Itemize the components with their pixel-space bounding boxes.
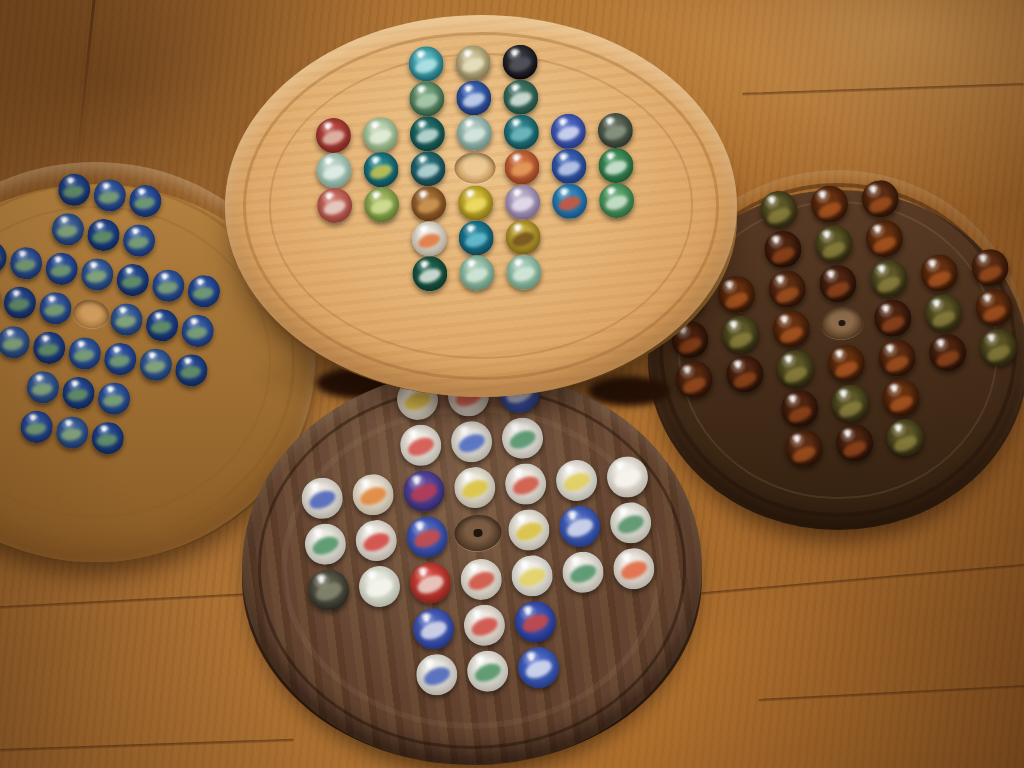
marble-swirl	[421, 664, 452, 689]
board-cell	[562, 639, 616, 688]
board-cell	[135, 342, 177, 387]
marble[interactable]	[415, 652, 459, 696]
marble-swirl	[357, 484, 388, 509]
marble-swirl	[97, 189, 120, 204]
marble[interactable]	[463, 603, 507, 647]
marble[interactable]	[466, 649, 510, 693]
board-cell	[86, 416, 128, 461]
board-cell	[93, 376, 135, 421]
marble-swirl	[472, 661, 503, 686]
marble[interactable]	[552, 183, 588, 219]
marble-swirl	[520, 611, 551, 636]
marble[interactable]	[504, 149, 540, 185]
marble[interactable]	[456, 80, 492, 116]
marble-swirl	[127, 234, 150, 249]
marble[interactable]	[783, 427, 824, 468]
marble-swirl	[108, 353, 131, 368]
board-cell	[34, 286, 76, 331]
board-cell	[53, 167, 95, 212]
board-cell	[499, 459, 553, 508]
board-cell	[311, 222, 359, 258]
board-cell	[857, 216, 912, 261]
board-cell	[827, 420, 882, 465]
marble[interactable]	[408, 46, 444, 82]
marble-swirl	[416, 230, 442, 250]
marble-swirl	[72, 347, 95, 362]
board-cell	[546, 410, 600, 459]
board-cell	[356, 82, 404, 118]
marble[interactable]	[307, 568, 351, 612]
board-cell	[403, 558, 457, 607]
marble[interactable]	[303, 522, 347, 566]
marble-swirl	[930, 308, 957, 329]
marble[interactable]	[102, 341, 139, 378]
marble[interactable]	[502, 44, 538, 80]
marble-swirl	[43, 302, 66, 317]
marble-swirl	[306, 488, 337, 513]
marble[interactable]	[830, 382, 871, 423]
board-cell	[865, 295, 920, 340]
board-cell	[309, 82, 357, 118]
photo-scene: Four wooden marble solitaire boards on a…	[0, 0, 1024, 768]
marble-swirl	[461, 125, 487, 145]
marble[interactable]	[779, 388, 820, 429]
board-cell	[445, 417, 499, 466]
marble[interactable]	[399, 423, 443, 467]
board-cell	[312, 257, 360, 293]
board-cell	[406, 256, 454, 292]
board-cell	[405, 186, 453, 222]
marble[interactable]	[762, 228, 803, 269]
marble[interactable]	[923, 292, 964, 333]
solitaire-grid	[308, 42, 641, 293]
marble[interactable]	[402, 469, 446, 513]
marble-swirl	[62, 184, 85, 199]
board-cell	[873, 375, 928, 420]
marble[interactable]	[517, 645, 561, 689]
board-cell	[298, 519, 352, 568]
marble[interactable]	[506, 254, 542, 290]
marble-swirl	[66, 387, 89, 402]
marble-swirl	[555, 158, 581, 178]
marble[interactable]	[409, 116, 445, 152]
board-cell	[450, 80, 498, 116]
marble[interactable]	[7, 245, 44, 282]
marble[interactable]	[91, 177, 128, 214]
board-cell	[497, 79, 545, 115]
marble[interactable]	[598, 148, 634, 184]
board-cell	[497, 114, 545, 150]
marble[interactable]	[826, 342, 867, 383]
board-cell	[70, 291, 112, 336]
marble[interactable]	[450, 419, 494, 463]
board-cell	[547, 253, 595, 289]
board-cell	[11, 201, 53, 246]
marble-swirl	[360, 530, 391, 555]
marble[interactable]	[411, 221, 447, 257]
marble-swirl	[615, 512, 646, 537]
marble-swirl	[463, 229, 489, 249]
board-cell	[153, 224, 195, 269]
board-cell	[502, 505, 556, 554]
board-cell	[308, 657, 362, 706]
marble-swirl	[320, 127, 346, 147]
board-cell	[764, 306, 819, 351]
marble[interactable]	[316, 152, 352, 188]
board-cell	[495, 413, 549, 462]
marble[interactable]	[555, 458, 599, 502]
marble[interactable]	[173, 352, 210, 389]
marble[interactable]	[43, 251, 80, 288]
marble-swirl	[114, 313, 137, 328]
marble-swirl	[95, 432, 118, 447]
board-cell	[607, 544, 661, 593]
marble[interactable]	[54, 414, 91, 451]
marble[interactable]	[179, 313, 216, 350]
marble[interactable]	[185, 273, 222, 310]
board-cell	[971, 324, 1024, 369]
marble[interactable]	[127, 183, 164, 220]
marble-swirl	[567, 562, 598, 587]
marble[interactable]	[362, 117, 398, 153]
marble[interactable]	[860, 178, 901, 219]
marble-swirl	[875, 273, 902, 294]
marble[interactable]	[408, 561, 452, 605]
marble[interactable]	[412, 607, 456, 651]
board-cell	[593, 182, 641, 218]
marble[interactable]	[551, 148, 587, 184]
marble[interactable]	[817, 263, 858, 304]
marble[interactable]	[868, 258, 909, 299]
board-cell	[869, 335, 924, 380]
marble[interactable]	[503, 79, 539, 115]
board-cell	[358, 222, 406, 258]
marble[interactable]	[919, 252, 960, 293]
table-plank-seam	[700, 564, 1024, 596]
board-cell	[553, 501, 607, 550]
board-cell	[496, 44, 544, 80]
marble[interactable]	[60, 375, 97, 412]
empty-center-hole[interactable]	[453, 513, 503, 552]
marble[interactable]	[758, 189, 799, 230]
board-cell	[22, 365, 64, 410]
empty-center-hole[interactable]	[71, 297, 111, 330]
marble[interactable]	[927, 332, 968, 373]
marble-swirl	[31, 381, 54, 396]
marble[interactable]	[79, 256, 116, 293]
marble-swirl	[456, 431, 487, 456]
board-cell	[559, 593, 613, 642]
marble[interactable]	[405, 515, 449, 559]
marble[interactable]	[834, 422, 875, 463]
marble-swirl	[887, 393, 914, 414]
marble-swirl	[91, 229, 114, 244]
marble[interactable]	[599, 183, 635, 219]
board-cell	[449, 45, 497, 81]
marble[interactable]	[501, 416, 545, 460]
board-cell	[183, 269, 225, 314]
marble[interactable]	[453, 465, 497, 509]
marble-swirl	[0, 251, 1, 266]
board-cell	[170, 348, 212, 393]
board-cell	[962, 245, 1017, 290]
marble-swirl	[790, 443, 817, 464]
marble[interactable]	[410, 151, 446, 187]
board-cell	[928, 409, 983, 454]
marble[interactable]	[978, 326, 1019, 367]
marble[interactable]	[30, 330, 67, 367]
marble-swirl	[782, 364, 809, 385]
board-cell	[979, 404, 1024, 449]
board-cell	[544, 78, 592, 114]
marble[interactable]	[85, 217, 122, 254]
board-cell	[343, 424, 397, 473]
marble[interactable]	[809, 183, 850, 224]
board-cell	[544, 113, 592, 149]
marble[interactable]	[969, 247, 1010, 288]
marble-swirl	[415, 572, 446, 597]
marble-swirl	[462, 194, 488, 214]
marble-swirl	[414, 160, 440, 180]
marble[interactable]	[885, 417, 926, 458]
marble[interactable]	[351, 472, 395, 516]
marble-swirl	[60, 426, 83, 441]
marble[interactable]	[881, 377, 922, 418]
board-cell	[759, 266, 814, 311]
marble-swirl	[507, 89, 533, 109]
marble[interactable]	[876, 337, 917, 378]
marble[interactable]	[459, 255, 495, 291]
marble-swirl	[37, 342, 60, 357]
marble-swirl	[408, 481, 439, 506]
marble-swirl	[564, 516, 595, 541]
table-plank-seam	[742, 83, 1024, 96]
marble[interactable]	[89, 420, 126, 457]
marble-swirl	[507, 54, 533, 74]
board-cell	[546, 218, 594, 254]
board-cell	[500, 254, 548, 290]
marble[interactable]	[513, 599, 557, 643]
marble[interactable]	[455, 45, 491, 81]
marble-swirl	[561, 470, 592, 495]
marble-swirl	[85, 268, 108, 283]
marble[interactable]	[597, 113, 633, 149]
board-cell	[352, 561, 406, 610]
marble-swirl	[837, 398, 864, 419]
board-cell	[768, 346, 823, 391]
solitaire-board-top-maple	[225, 15, 737, 397]
marble[interactable]	[363, 152, 399, 188]
board-cell	[556, 547, 610, 596]
board-cell	[508, 597, 562, 646]
marble[interactable]	[561, 550, 605, 594]
marble[interactable]	[505, 184, 541, 220]
marble-swirl	[612, 466, 643, 491]
board-cell	[600, 452, 654, 501]
marble[interactable]	[412, 256, 448, 292]
marble-swirl	[364, 576, 395, 601]
marble[interactable]	[18, 409, 55, 446]
board-cell	[305, 611, 359, 660]
marble-swirl	[824, 279, 851, 300]
board-cell	[907, 210, 962, 255]
board-cell	[310, 152, 358, 188]
empty-center-hole[interactable]	[819, 305, 865, 342]
marble-swirl	[841, 438, 868, 459]
marble-swirl	[985, 342, 1012, 363]
board-cell	[878, 414, 933, 459]
marble[interactable]	[504, 462, 548, 506]
marble-swirl	[413, 55, 439, 75]
board-cell	[82, 212, 124, 257]
board-cell	[403, 116, 451, 152]
board-cell	[861, 255, 916, 300]
board-cell	[124, 179, 166, 224]
marble[interactable]	[143, 307, 180, 344]
board-cell	[613, 635, 667, 684]
marble-swirl	[313, 579, 344, 604]
marble[interactable]	[150, 267, 187, 304]
board-cell	[819, 340, 874, 385]
marble[interactable]	[775, 348, 816, 389]
board-cell	[292, 427, 346, 476]
board-cell	[448, 463, 502, 512]
marble-swirl	[102, 393, 125, 408]
marble-swirl	[556, 193, 582, 213]
marble[interactable]	[974, 287, 1015, 328]
marble[interactable]	[66, 335, 103, 372]
board-cell	[302, 565, 356, 614]
marble-swirl	[773, 284, 800, 305]
marble[interactable]	[137, 346, 174, 383]
board-cell	[916, 290, 971, 335]
board-cell	[810, 261, 865, 306]
board-cell	[453, 255, 501, 291]
board-cell	[358, 187, 406, 223]
marble-swirl	[411, 526, 442, 551]
marble-swirl	[156, 280, 179, 295]
marble-swirl	[460, 55, 486, 75]
marble[interactable]	[315, 117, 351, 153]
board-cell	[967, 284, 1022, 329]
board-cell	[128, 382, 170, 427]
marble[interactable]	[300, 476, 344, 520]
marble[interactable]	[458, 220, 494, 256]
board-cell	[309, 117, 357, 153]
table-plank-seam	[758, 685, 1024, 702]
marble[interactable]	[813, 223, 854, 264]
board-cell	[545, 148, 593, 184]
marble-swirl	[883, 353, 910, 374]
board-cell	[164, 387, 206, 432]
marble-swirl	[150, 319, 173, 334]
marble[interactable]	[95, 380, 132, 417]
marble-swirl	[143, 359, 166, 374]
marble[interactable]	[550, 113, 586, 149]
marble[interactable]	[606, 455, 650, 499]
board-cell	[88, 173, 130, 218]
board-cell	[593, 217, 641, 253]
marble[interactable]	[864, 218, 905, 259]
board-cell	[590, 42, 638, 78]
board-cell	[549, 455, 603, 504]
marble[interactable]	[108, 301, 145, 338]
marble-swirl	[14, 257, 37, 272]
board-cell	[141, 303, 183, 348]
marble[interactable]	[354, 518, 398, 562]
marble[interactable]	[411, 186, 447, 222]
marble-swirl	[523, 657, 554, 682]
marble[interactable]	[1, 284, 38, 321]
board-cell	[806, 221, 861, 266]
marble-swirl	[934, 348, 961, 369]
marble-swirl	[49, 263, 72, 278]
marble-swirl	[555, 123, 581, 143]
marble-swirl	[879, 313, 906, 334]
table-plank-seam	[75, 0, 96, 168]
marble[interactable]	[612, 546, 656, 590]
marble[interactable]	[507, 508, 551, 552]
marble[interactable]	[409, 81, 445, 117]
marble[interactable]	[505, 219, 541, 255]
board-cell	[158, 427, 200, 472]
marble[interactable]	[771, 308, 812, 349]
marble[interactable]	[114, 262, 151, 299]
marble-swirl	[179, 364, 202, 379]
marble-swirl	[310, 534, 341, 559]
empty-center-hole[interactable]	[454, 152, 495, 183]
marble[interactable]	[456, 115, 492, 151]
board-cell	[751, 186, 806, 231]
board-cell	[755, 226, 810, 271]
marble[interactable]	[558, 504, 602, 548]
board-cell	[814, 300, 869, 345]
marble[interactable]	[609, 501, 653, 545]
marble-swirl	[769, 244, 796, 265]
board-cell	[452, 185, 500, 221]
marble[interactable]	[364, 187, 400, 223]
marble[interactable]	[459, 557, 503, 601]
marble-swirl	[926, 268, 953, 289]
marble[interactable]	[24, 369, 61, 406]
marble[interactable]	[120, 222, 157, 259]
marble-swirl	[618, 558, 649, 583]
marble[interactable]	[37, 290, 74, 327]
board-cell	[51, 410, 93, 455]
marble[interactable]	[49, 211, 86, 248]
marble[interactable]	[0, 324, 32, 361]
marble[interactable]	[767, 268, 808, 309]
marble[interactable]	[458, 185, 494, 221]
marble[interactable]	[872, 297, 913, 338]
solitaire-board-bottom-walnut	[242, 370, 702, 765]
marble-swirl	[833, 358, 860, 379]
marble-swirl	[508, 159, 534, 179]
marble-swirl	[8, 297, 31, 312]
board-cell	[543, 43, 591, 79]
board-cell	[772, 385, 827, 430]
marble[interactable]	[56, 172, 93, 209]
marble[interactable]	[317, 187, 353, 223]
board-cell	[958, 205, 1013, 250]
marble[interactable]	[503, 114, 539, 150]
marble[interactable]	[510, 554, 554, 598]
marble[interactable]	[358, 564, 402, 608]
board-cell	[308, 47, 356, 83]
board-cell	[546, 183, 594, 219]
board-cell	[499, 184, 547, 220]
board-cell	[975, 364, 1024, 409]
